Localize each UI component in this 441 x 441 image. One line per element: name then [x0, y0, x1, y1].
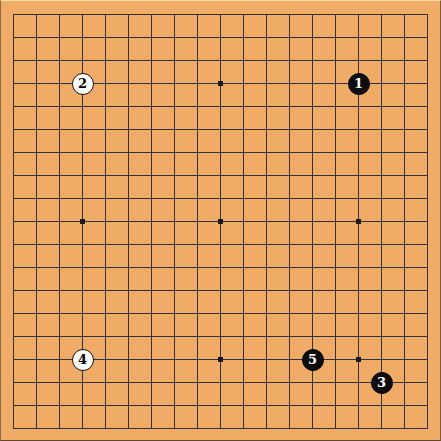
star-point [218, 357, 223, 362]
star-point [356, 357, 361, 362]
black-stone-1: 1 [348, 73, 370, 95]
black-stone-3: 3 [371, 372, 393, 394]
board-intersections: 12345 [2, 3, 439, 440]
white-stone-2: 2 [72, 73, 94, 95]
go-board: 12345 [0, 0, 441, 441]
star-point [356, 219, 361, 224]
black-stone-5: 5 [302, 349, 324, 371]
white-stone-4: 4 [72, 349, 94, 371]
star-point [80, 219, 85, 224]
star-point [218, 81, 223, 86]
star-point [218, 219, 223, 224]
